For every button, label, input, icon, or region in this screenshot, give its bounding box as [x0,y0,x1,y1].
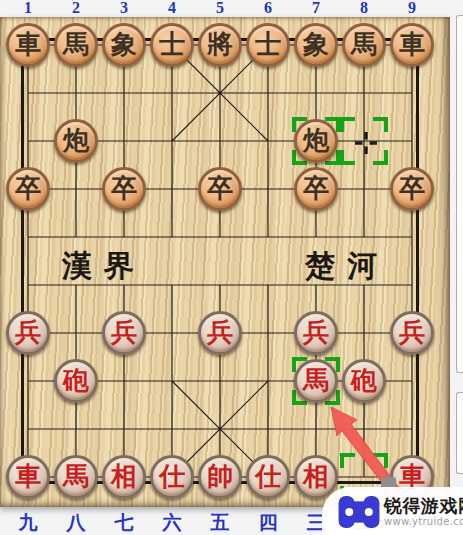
watermark-site-name: 锐得游戏网 [384,497,463,515]
xiangqi-app-window: 123456789 漢界 楚河 車馬象士將士象馬車炮炮卒卒卒卒卒兵兵兵兵兵砲馬砲… [0,0,463,535]
move-arrow-annotation [0,0,463,535]
watermark-url: www.ytruide.com [384,517,463,527]
crosshair-cursor [352,129,380,157]
watermark: 锐得游戏网 www.ytruide.com [322,487,463,535]
watermark-text: 锐得游戏网 www.ytruide.com [384,497,463,527]
gamepad-icon [338,496,380,528]
